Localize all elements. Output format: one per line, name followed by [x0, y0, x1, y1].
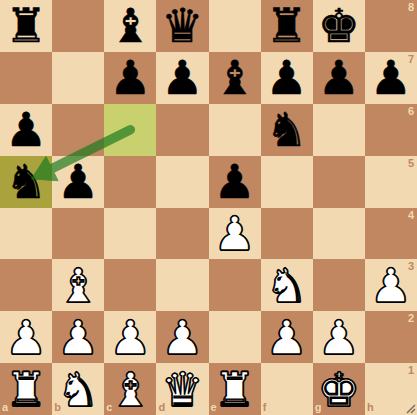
square-e8[interactable] — [209, 0, 261, 52]
piece-white-pawn-g2[interactable]: ♟ — [313, 311, 365, 363]
square-c3[interactable] — [104, 259, 156, 311]
square-e6[interactable] — [209, 104, 261, 156]
coord-rank-2: 2 — [408, 313, 414, 324]
piece-white-pawn-a2[interactable]: ♟ — [0, 311, 52, 363]
square-b6[interactable] — [52, 104, 104, 156]
square-f1[interactable]: f — [261, 363, 313, 415]
square-h2[interactable]: 2 — [365, 311, 417, 363]
piece-white-knight-f3[interactable]: ♞ — [261, 259, 313, 311]
square-e1[interactable]: ♜e — [209, 363, 261, 415]
square-a4[interactable] — [0, 208, 52, 260]
piece-white-pawn-h3[interactable]: ♟ — [365, 259, 417, 311]
piece-white-pawn-f2[interactable]: ♟ — [261, 311, 313, 363]
piece-white-pawn-d2[interactable]: ♟ — [156, 311, 208, 363]
coord-file-h: h — [367, 402, 374, 413]
square-h5[interactable]: 5 — [365, 156, 417, 208]
piece-black-queen-d8[interactable]: ♛ — [156, 0, 208, 52]
square-b4[interactable] — [52, 208, 104, 260]
square-h4[interactable]: 4 — [365, 208, 417, 260]
piece-white-rook-e1[interactable]: ♜ — [209, 363, 261, 415]
square-h6[interactable]: 6 — [365, 104, 417, 156]
square-h7[interactable]: ♟7 — [365, 52, 417, 104]
square-c4[interactable] — [104, 208, 156, 260]
square-d8[interactable]: ♛ — [156, 0, 208, 52]
piece-black-pawn-a6[interactable]: ♟ — [0, 104, 52, 156]
coord-file-f: f — [263, 402, 267, 413]
square-g8[interactable]: ♚ — [313, 0, 365, 52]
square-a2[interactable]: ♟ — [0, 311, 52, 363]
square-e4[interactable]: ♟ — [209, 208, 261, 260]
square-f2[interactable]: ♟ — [261, 311, 313, 363]
square-f8[interactable]: ♜ — [261, 0, 313, 52]
square-a8[interactable]: ♜ — [0, 0, 52, 52]
piece-black-pawn-h7[interactable]: ♟ — [365, 52, 417, 104]
chess-board[interactable]: ♜♝♛♜♚8♟♟♝♟♟♟7♟♞6♞♟♟5♟4♝♞♟3♟♟♟♟♟♟2♜a♞b♝c♛… — [0, 0, 417, 415]
piece-white-knight-b1[interactable]: ♞ — [52, 363, 104, 415]
square-h3[interactable]: ♟3 — [365, 259, 417, 311]
square-d2[interactable]: ♟ — [156, 311, 208, 363]
piece-white-rook-a1[interactable]: ♜ — [0, 363, 52, 415]
square-e5[interactable]: ♟ — [209, 156, 261, 208]
square-e7[interactable]: ♝ — [209, 52, 261, 104]
square-f7[interactable]: ♟ — [261, 52, 313, 104]
square-a5[interactable]: ♞ — [0, 156, 52, 208]
piece-white-pawn-b2[interactable]: ♟ — [52, 311, 104, 363]
square-a3[interactable] — [0, 259, 52, 311]
piece-black-pawn-c7[interactable]: ♟ — [104, 52, 156, 104]
piece-white-pawn-e4[interactable]: ♟ — [209, 208, 261, 260]
square-d1[interactable]: ♛d — [156, 363, 208, 415]
square-a1[interactable]: ♜a — [0, 363, 52, 415]
square-f6[interactable]: ♞ — [261, 104, 313, 156]
square-c1[interactable]: ♝c — [104, 363, 156, 415]
coord-rank-1: 1 — [408, 365, 414, 376]
coord-rank-6: 6 — [408, 106, 414, 117]
square-c2[interactable]: ♟ — [104, 311, 156, 363]
square-d6[interactable] — [156, 104, 208, 156]
piece-black-rook-f8[interactable]: ♜ — [261, 0, 313, 52]
square-g1[interactable]: ♚g — [313, 363, 365, 415]
square-g4[interactable] — [313, 208, 365, 260]
square-g7[interactable]: ♟ — [313, 52, 365, 104]
square-g6[interactable] — [313, 104, 365, 156]
piece-black-rook-a8[interactable]: ♜ — [0, 0, 52, 52]
square-b8[interactable] — [52, 0, 104, 52]
square-d7[interactable]: ♟ — [156, 52, 208, 104]
square-e3[interactable] — [209, 259, 261, 311]
square-b5[interactable]: ♟ — [52, 156, 104, 208]
piece-black-knight-a5[interactable]: ♞ — [0, 156, 52, 208]
piece-black-pawn-e5[interactable]: ♟ — [209, 156, 261, 208]
square-b3[interactable]: ♝ — [52, 259, 104, 311]
coord-rank-4: 4 — [408, 210, 414, 221]
square-b2[interactable]: ♟ — [52, 311, 104, 363]
piece-white-pawn-c2[interactable]: ♟ — [104, 311, 156, 363]
piece-black-pawn-f7[interactable]: ♟ — [261, 52, 313, 104]
piece-black-pawn-b5[interactable]: ♟ — [52, 156, 104, 208]
piece-black-bishop-e7[interactable]: ♝ — [209, 52, 261, 104]
square-c7[interactable]: ♟ — [104, 52, 156, 104]
coord-rank-5: 5 — [408, 158, 414, 169]
resize-line-2 — [411, 409, 415, 413]
piece-black-king-g8[interactable]: ♚ — [313, 0, 365, 52]
piece-white-queen-d1[interactable]: ♛ — [156, 363, 208, 415]
square-c8[interactable]: ♝ — [104, 0, 156, 52]
square-c6[interactable] — [104, 104, 156, 156]
square-e2[interactable] — [209, 311, 261, 363]
piece-black-pawn-d7[interactable]: ♟ — [156, 52, 208, 104]
square-c5[interactable] — [104, 156, 156, 208]
piece-white-bishop-c1[interactable]: ♝ — [104, 363, 156, 415]
board-resize-handle[interactable] — [404, 402, 416, 414]
square-d4[interactable] — [156, 208, 208, 260]
piece-white-bishop-b3[interactable]: ♝ — [52, 259, 104, 311]
piece-black-bishop-c8[interactable]: ♝ — [104, 0, 156, 52]
piece-black-pawn-g7[interactable]: ♟ — [313, 52, 365, 104]
square-d5[interactable] — [156, 156, 208, 208]
square-g5[interactable] — [313, 156, 365, 208]
piece-white-king-g1[interactable]: ♚ — [313, 363, 365, 415]
square-b1[interactable]: ♞b — [52, 363, 104, 415]
square-f4[interactable] — [261, 208, 313, 260]
square-g2[interactable]: ♟ — [313, 311, 365, 363]
piece-black-knight-f6[interactable]: ♞ — [261, 104, 313, 156]
square-g3[interactable] — [313, 259, 365, 311]
square-f5[interactable] — [261, 156, 313, 208]
square-a6[interactable]: ♟ — [0, 104, 52, 156]
square-a7[interactable] — [0, 52, 52, 104]
square-b7[interactable] — [52, 52, 104, 104]
coord-rank-8: 8 — [408, 2, 414, 13]
resize-line-1 — [407, 405, 415, 413]
square-d3[interactable] — [156, 259, 208, 311]
square-f3[interactable]: ♞ — [261, 259, 313, 311]
square-h8[interactable]: 8 — [365, 0, 417, 52]
